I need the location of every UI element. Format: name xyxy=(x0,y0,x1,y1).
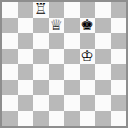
square-b7[interactable] xyxy=(18,18,34,34)
square-a2[interactable] xyxy=(2,95,18,111)
square-a8[interactable] xyxy=(2,2,18,18)
square-c5[interactable] xyxy=(33,49,49,65)
square-h6[interactable] xyxy=(111,33,127,49)
square-d2[interactable] xyxy=(49,95,65,111)
square-e8[interactable] xyxy=(64,2,80,18)
white-king-piece[interactable]: ♔ xyxy=(81,49,94,65)
square-g3[interactable] xyxy=(95,80,111,96)
square-h8[interactable] xyxy=(111,2,127,18)
square-g1[interactable] xyxy=(95,111,111,127)
square-b5[interactable] xyxy=(18,49,34,65)
square-b8[interactable] xyxy=(18,2,34,18)
square-a4[interactable] xyxy=(2,64,18,80)
square-g4[interactable] xyxy=(95,64,111,80)
white-queen-piece[interactable]: ♕ xyxy=(50,18,63,34)
square-a6[interactable] xyxy=(2,33,18,49)
square-c2[interactable] xyxy=(33,95,49,111)
square-c3[interactable] xyxy=(33,80,49,96)
square-f4[interactable] xyxy=(80,64,96,80)
square-e6[interactable] xyxy=(64,33,80,49)
square-h1[interactable] xyxy=(111,111,127,127)
square-a5[interactable] xyxy=(2,49,18,65)
square-b3[interactable] xyxy=(18,80,34,96)
square-f2[interactable] xyxy=(80,95,96,111)
square-c1[interactable] xyxy=(33,111,49,127)
square-e5[interactable] xyxy=(64,49,80,65)
square-f7[interactable]: ♚ xyxy=(80,18,96,34)
square-c4[interactable] xyxy=(33,64,49,80)
black-king-piece[interactable]: ♚ xyxy=(81,18,94,34)
square-f5[interactable]: ♔ xyxy=(80,49,96,65)
square-e2[interactable] xyxy=(64,95,80,111)
square-f3[interactable] xyxy=(80,80,96,96)
square-a1[interactable] xyxy=(2,111,18,127)
square-g6[interactable] xyxy=(95,33,111,49)
square-d1[interactable] xyxy=(49,111,65,127)
square-d7[interactable]: ♕ xyxy=(49,18,65,34)
square-e4[interactable] xyxy=(64,64,80,80)
square-b4[interactable] xyxy=(18,64,34,80)
square-h3[interactable] xyxy=(111,80,127,96)
square-b6[interactable] xyxy=(18,33,34,49)
square-b1[interactable] xyxy=(18,111,34,127)
square-g7[interactable] xyxy=(95,18,111,34)
chess-diagram: ♖♕♚♔ xyxy=(0,0,128,128)
square-d6[interactable] xyxy=(49,33,65,49)
square-f1[interactable] xyxy=(80,111,96,127)
square-h7[interactable] xyxy=(111,18,127,34)
square-e7[interactable] xyxy=(64,18,80,34)
square-c6[interactable] xyxy=(33,33,49,49)
white-rook-piece[interactable]: ♖ xyxy=(34,2,47,18)
square-d3[interactable] xyxy=(49,80,65,96)
square-a7[interactable] xyxy=(2,18,18,34)
square-c7[interactable] xyxy=(33,18,49,34)
square-b2[interactable] xyxy=(18,95,34,111)
square-a3[interactable] xyxy=(2,80,18,96)
square-d4[interactable] xyxy=(49,64,65,80)
square-g2[interactable] xyxy=(95,95,111,111)
square-c8[interactable]: ♖ xyxy=(33,2,49,18)
square-g8[interactable] xyxy=(95,2,111,18)
square-e3[interactable] xyxy=(64,80,80,96)
square-e1[interactable] xyxy=(64,111,80,127)
square-h2[interactable] xyxy=(111,95,127,111)
chess-board: ♖♕♚♔ xyxy=(0,0,128,128)
square-g5[interactable] xyxy=(95,49,111,65)
square-h4[interactable] xyxy=(111,64,127,80)
square-d5[interactable] xyxy=(49,49,65,65)
square-h5[interactable] xyxy=(111,49,127,65)
